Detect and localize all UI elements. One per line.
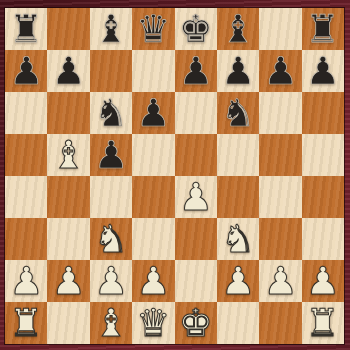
square-d7[interactable]	[132, 50, 174, 92]
square-a1[interactable]: ♜	[5, 302, 47, 344]
square-h5[interactable]	[302, 134, 344, 176]
piece-black-rook[interactable]: ♜	[9, 10, 43, 48]
piece-black-queen[interactable]: ♛	[136, 10, 170, 48]
square-e8[interactable]: ♚	[175, 8, 217, 50]
square-g8[interactable]	[259, 8, 301, 50]
square-d2[interactable]: ♟	[132, 260, 174, 302]
piece-black-rook[interactable]: ♜	[306, 10, 340, 48]
square-d8[interactable]: ♛	[132, 8, 174, 50]
board-frame: ♜♝♛♚♝♜♟♟♟♟♟♟♞♟♞♝♟♟♞♞♟♟♟♟♟♟♟♜♝♛♚♜	[0, 0, 350, 350]
square-b7[interactable]: ♟	[47, 50, 89, 92]
piece-white-pawn[interactable]: ♟	[94, 262, 128, 300]
square-a8[interactable]: ♜	[5, 8, 47, 50]
square-b6[interactable]	[47, 92, 89, 134]
piece-white-pawn[interactable]: ♟	[306, 262, 340, 300]
piece-black-pawn[interactable]: ♟	[94, 136, 128, 174]
square-g2[interactable]: ♟	[259, 260, 301, 302]
square-d3[interactable]	[132, 218, 174, 260]
square-e5[interactable]	[175, 134, 217, 176]
square-b8[interactable]	[47, 8, 89, 50]
square-h4[interactable]	[302, 176, 344, 218]
square-a2[interactable]: ♟	[5, 260, 47, 302]
square-f7[interactable]: ♟	[217, 50, 259, 92]
square-b3[interactable]	[47, 218, 89, 260]
square-h2[interactable]: ♟	[302, 260, 344, 302]
piece-white-pawn[interactable]: ♟	[9, 262, 43, 300]
square-g7[interactable]: ♟	[259, 50, 301, 92]
square-c3[interactable]: ♞	[90, 218, 132, 260]
square-g3[interactable]	[259, 218, 301, 260]
square-f2[interactable]: ♟	[217, 260, 259, 302]
square-d6[interactable]: ♟	[132, 92, 174, 134]
screenshot: ♜♝♛♚♝♜♟♟♟♟♟♟♞♟♞♝♟♟♞♞♟♟♟♟♟♟♟♜♝♛♚♜	[0, 0, 350, 350]
piece-white-pawn[interactable]: ♟	[52, 262, 86, 300]
piece-white-pawn[interactable]: ♟	[179, 178, 213, 216]
piece-white-bishop[interactable]: ♝	[94, 304, 128, 342]
square-g6[interactable]	[259, 92, 301, 134]
piece-white-king[interactable]: ♚	[179, 304, 213, 342]
piece-white-pawn[interactable]: ♟	[136, 262, 170, 300]
piece-black-king[interactable]: ♚	[179, 10, 213, 48]
square-e1[interactable]: ♚	[175, 302, 217, 344]
square-h3[interactable]	[302, 218, 344, 260]
piece-black-pawn[interactable]: ♟	[263, 52, 297, 90]
square-a6[interactable]	[5, 92, 47, 134]
square-c1[interactable]: ♝	[90, 302, 132, 344]
square-e3[interactable]	[175, 218, 217, 260]
square-h6[interactable]	[302, 92, 344, 134]
chessboard: ♜♝♛♚♝♜♟♟♟♟♟♟♞♟♞♝♟♟♞♞♟♟♟♟♟♟♟♜♝♛♚♜	[5, 8, 344, 344]
square-b5[interactable]: ♝	[47, 134, 89, 176]
square-c7[interactable]	[90, 50, 132, 92]
square-a4[interactable]	[5, 176, 47, 218]
square-b4[interactable]	[47, 176, 89, 218]
square-e4[interactable]: ♟	[175, 176, 217, 218]
square-c8[interactable]: ♝	[90, 8, 132, 50]
piece-black-pawn[interactable]: ♟	[179, 52, 213, 90]
square-d1[interactable]: ♛	[132, 302, 174, 344]
square-f8[interactable]: ♝	[217, 8, 259, 50]
piece-black-knight[interactable]: ♞	[221, 94, 255, 132]
square-b1[interactable]	[47, 302, 89, 344]
piece-white-bishop[interactable]: ♝	[52, 136, 86, 174]
square-h8[interactable]: ♜	[302, 8, 344, 50]
piece-black-pawn[interactable]: ♟	[9, 52, 43, 90]
square-e6[interactable]	[175, 92, 217, 134]
piece-black-knight[interactable]: ♞	[94, 94, 128, 132]
piece-white-pawn[interactable]: ♟	[263, 262, 297, 300]
square-g1[interactable]	[259, 302, 301, 344]
piece-black-pawn[interactable]: ♟	[306, 52, 340, 90]
square-a5[interactable]	[5, 134, 47, 176]
square-f5[interactable]	[217, 134, 259, 176]
square-f4[interactable]	[217, 176, 259, 218]
square-d5[interactable]	[132, 134, 174, 176]
square-e7[interactable]: ♟	[175, 50, 217, 92]
square-c6[interactable]: ♞	[90, 92, 132, 134]
piece-white-knight[interactable]: ♞	[94, 220, 128, 258]
square-e2[interactable]	[175, 260, 217, 302]
square-f6[interactable]: ♞	[217, 92, 259, 134]
piece-white-queen[interactable]: ♛	[136, 304, 170, 342]
piece-white-rook[interactable]: ♜	[306, 304, 340, 342]
square-g4[interactable]	[259, 176, 301, 218]
piece-black-pawn[interactable]: ♟	[52, 52, 86, 90]
square-c2[interactable]: ♟	[90, 260, 132, 302]
square-h1[interactable]: ♜	[302, 302, 344, 344]
square-b2[interactable]: ♟	[47, 260, 89, 302]
square-c4[interactable]	[90, 176, 132, 218]
piece-white-pawn[interactable]: ♟	[221, 262, 255, 300]
square-f3[interactable]: ♞	[217, 218, 259, 260]
piece-black-pawn[interactable]: ♟	[136, 94, 170, 132]
square-a7[interactable]: ♟	[5, 50, 47, 92]
piece-black-bishop[interactable]: ♝	[94, 10, 128, 48]
square-h7[interactable]: ♟	[302, 50, 344, 92]
piece-white-knight[interactable]: ♞	[221, 220, 255, 258]
piece-black-pawn[interactable]: ♟	[221, 52, 255, 90]
square-c5[interactable]: ♟	[90, 134, 132, 176]
square-d4[interactable]	[132, 176, 174, 218]
piece-white-rook[interactable]: ♜	[9, 304, 43, 342]
piece-black-bishop[interactable]: ♝	[221, 10, 255, 48]
square-g5[interactable]	[259, 134, 301, 176]
square-a3[interactable]	[5, 218, 47, 260]
square-f1[interactable]	[217, 302, 259, 344]
